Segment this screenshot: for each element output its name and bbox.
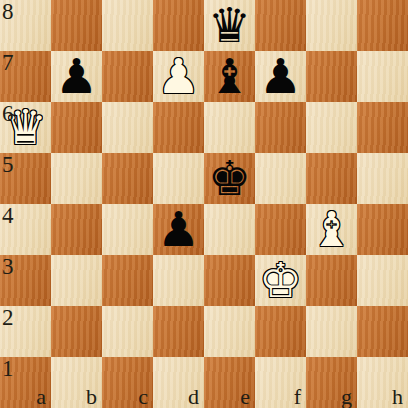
square-h2[interactable] [357, 306, 408, 357]
rank-label-8: 8 [2, 0, 14, 23]
square-f4[interactable] [255, 204, 306, 255]
file-label-g: g [341, 386, 352, 408]
square-e7[interactable]: ♝ [204, 51, 255, 102]
black-pawn[interactable]: ♟ [55, 51, 98, 102]
rank-label-7: 7 [2, 51, 14, 74]
square-d4[interactable]: ♟ [153, 204, 204, 255]
square-a5[interactable]: 5 [0, 153, 51, 204]
rank-label-3: 3 [2, 255, 14, 278]
square-h6[interactable] [357, 102, 408, 153]
square-b1[interactable]: b [51, 357, 102, 408]
square-e1[interactable]: e [204, 357, 255, 408]
square-b3[interactable] [51, 255, 102, 306]
square-c1[interactable]: c [102, 357, 153, 408]
square-g5[interactable] [306, 153, 357, 204]
rank-label-4: 4 [2, 204, 14, 227]
square-a4[interactable]: 4 [0, 204, 51, 255]
square-d6[interactable] [153, 102, 204, 153]
square-g7[interactable] [306, 51, 357, 102]
square-f8[interactable] [255, 0, 306, 51]
square-c5[interactable] [102, 153, 153, 204]
square-d7[interactable]: ♟ [153, 51, 204, 102]
square-e4[interactable] [204, 204, 255, 255]
rank-label-2: 2 [2, 306, 14, 329]
square-a3[interactable]: 3 [0, 255, 51, 306]
square-e8[interactable]: ♛ [204, 0, 255, 51]
rank-label-5: 5 [2, 153, 14, 176]
white-pawn[interactable]: ♟ [157, 51, 200, 102]
black-king[interactable]: ♚ [208, 153, 251, 204]
square-b7[interactable]: ♟ [51, 51, 102, 102]
square-c7[interactable] [102, 51, 153, 102]
square-b5[interactable] [51, 153, 102, 204]
rank-label-1: 1 [2, 357, 14, 380]
square-c2[interactable] [102, 306, 153, 357]
square-d5[interactable] [153, 153, 204, 204]
square-c4[interactable] [102, 204, 153, 255]
black-pawn[interactable]: ♟ [259, 51, 302, 102]
square-c3[interactable] [102, 255, 153, 306]
file-label-f: f [294, 386, 301, 408]
square-f3[interactable]: ♚ [255, 255, 306, 306]
square-g4[interactable]: ♝ [306, 204, 357, 255]
square-d3[interactable] [153, 255, 204, 306]
square-b4[interactable] [51, 204, 102, 255]
black-pawn[interactable]: ♟ [157, 204, 200, 255]
square-d2[interactable] [153, 306, 204, 357]
square-f5[interactable] [255, 153, 306, 204]
square-e5[interactable]: ♚ [204, 153, 255, 204]
black-bishop[interactable]: ♝ [208, 51, 251, 102]
square-g8[interactable] [306, 0, 357, 51]
square-b8[interactable] [51, 0, 102, 51]
white-queen[interactable]: ♛ [4, 102, 47, 153]
square-g2[interactable] [306, 306, 357, 357]
square-a2[interactable]: 2 [0, 306, 51, 357]
white-king[interactable]: ♚ [259, 255, 302, 306]
file-label-c: c [138, 386, 148, 408]
square-d1[interactable]: d [153, 357, 204, 408]
square-f1[interactable]: f [255, 357, 306, 408]
square-e6[interactable] [204, 102, 255, 153]
square-a1[interactable]: 1a [0, 357, 51, 408]
square-f7[interactable]: ♟ [255, 51, 306, 102]
chess-board: 8♛7♟♟♝♟♛65♚4♟♝3♚21abcdefgh [0, 0, 408, 408]
square-h1[interactable]: h [357, 357, 408, 408]
square-e3[interactable] [204, 255, 255, 306]
square-a6[interactable]: ♛6 [0, 102, 51, 153]
square-b2[interactable] [51, 306, 102, 357]
square-h4[interactable] [357, 204, 408, 255]
square-a8[interactable]: 8 [0, 0, 51, 51]
square-c8[interactable] [102, 0, 153, 51]
square-g3[interactable] [306, 255, 357, 306]
square-h5[interactable] [357, 153, 408, 204]
square-f6[interactable] [255, 102, 306, 153]
white-bishop[interactable]: ♝ [310, 204, 353, 255]
black-queen[interactable]: ♛ [208, 0, 251, 51]
square-b6[interactable] [51, 102, 102, 153]
file-label-a: a [36, 386, 46, 408]
file-label-h: h [392, 386, 403, 408]
square-h7[interactable] [357, 51, 408, 102]
square-g6[interactable] [306, 102, 357, 153]
square-h3[interactable] [357, 255, 408, 306]
square-g1[interactable]: g [306, 357, 357, 408]
square-a7[interactable]: 7 [0, 51, 51, 102]
square-d8[interactable] [153, 0, 204, 51]
file-label-d: d [188, 386, 199, 408]
square-h8[interactable] [357, 0, 408, 51]
file-label-b: b [86, 386, 97, 408]
square-f2[interactable] [255, 306, 306, 357]
square-e2[interactable] [204, 306, 255, 357]
file-label-e: e [240, 386, 250, 408]
square-c6[interactable] [102, 102, 153, 153]
